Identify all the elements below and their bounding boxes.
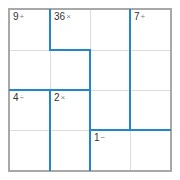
cage-clue: 4÷ <box>13 92 24 105</box>
cage-clue-operator: × <box>61 93 66 102</box>
cell-r2c4[interactable] <box>130 50 170 90</box>
cage-clue-operator: ÷ <box>20 93 24 102</box>
cell-r2c1[interactable] <box>10 50 50 90</box>
cage-clue-operator: − <box>101 133 106 142</box>
cage-clue: 9+ <box>13 11 24 24</box>
cell-r1c2[interactable]: 36× <box>50 10 90 50</box>
cell-r2c3[interactable] <box>90 50 130 90</box>
cage-clue: 7+ <box>134 11 145 24</box>
cage-clue-number: 36 <box>54 11 65 22</box>
cell-r3c1[interactable]: 4÷ <box>10 90 50 130</box>
cage-clue: 2× <box>54 92 65 105</box>
cell-r4c2[interactable] <box>50 130 90 170</box>
cell-r1c4[interactable]: 7+ <box>130 10 170 50</box>
cell-r2c2[interactable] <box>50 50 90 90</box>
cage-clue-number: 7 <box>134 11 140 22</box>
kenken-puzzle-page: 9+36×7+4÷2×1− <box>0 0 180 180</box>
cage-clue-operator: + <box>141 12 146 21</box>
cell-r4c4[interactable] <box>130 130 170 170</box>
cell-r4c3[interactable]: 1− <box>90 130 130 170</box>
cell-r3c3[interactable] <box>90 90 130 130</box>
cell-r1c3[interactable] <box>90 10 130 50</box>
cage-clue-number: 1 <box>94 132 100 143</box>
cell-r1c1[interactable]: 9+ <box>10 10 50 50</box>
cage-clue: 1− <box>94 132 105 145</box>
cage-clue-number: 9 <box>13 11 19 22</box>
cell-r3c4[interactable] <box>130 90 170 130</box>
cage-clue-operator: × <box>66 12 71 21</box>
puzzle-board: 9+36×7+4÷2×1− <box>8 8 172 172</box>
cell-grid: 9+36×7+4÷2×1− <box>10 10 170 170</box>
cage-clue-number: 2 <box>54 92 60 103</box>
cage-clue: 36× <box>54 11 71 24</box>
cage-clue-number: 4 <box>13 92 19 103</box>
cage-clue-operator: + <box>20 12 25 21</box>
cell-r4c1[interactable] <box>10 130 50 170</box>
cell-r3c2[interactable]: 2× <box>50 90 90 130</box>
